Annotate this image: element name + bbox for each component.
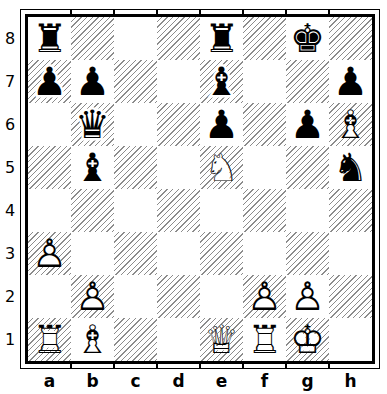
square-d3[interactable]	[157, 232, 200, 275]
square-b1[interactable]: ♝♗	[71, 318, 114, 361]
square-c5[interactable]	[114, 146, 157, 189]
square-e7[interactable]: ♝♝	[200, 60, 243, 103]
square-f7[interactable]	[243, 60, 286, 103]
piece-white-pawn-icon: ♙	[71, 275, 114, 318]
square-f5[interactable]	[243, 146, 286, 189]
rank-label-5: 5	[1, 146, 19, 189]
file-label-h: h	[329, 370, 372, 392]
square-b8[interactable]	[71, 17, 114, 60]
piece-white-pawn-icon: ♙	[286, 275, 329, 318]
square-a1[interactable]: ♜♖	[28, 318, 71, 361]
square-e2[interactable]	[200, 275, 243, 318]
piece-halo: ♞	[200, 146, 243, 189]
square-d6[interactable]	[157, 103, 200, 146]
square-b4[interactable]	[71, 189, 114, 232]
piece-black-bishop-icon: ♝	[71, 146, 114, 189]
square-g2[interactable]: ♟♙	[286, 275, 329, 318]
file-label-g: g	[286, 370, 329, 392]
square-a8[interactable]: ♜♜	[28, 17, 71, 60]
tick-mark	[242, 364, 244, 368]
square-b6[interactable]: ♛♛	[71, 103, 114, 146]
square-d2[interactable]	[157, 275, 200, 318]
square-f2[interactable]: ♟♙	[243, 275, 286, 318]
rank-label-1: 1	[1, 318, 19, 361]
square-g7[interactable]	[286, 60, 329, 103]
tick-mark	[156, 364, 158, 368]
square-b7[interactable]: ♟♟	[71, 60, 114, 103]
square-c2[interactable]	[114, 275, 157, 318]
rank-label-4: 4	[1, 189, 19, 232]
square-c4[interactable]	[114, 189, 157, 232]
board-frame: ♜♜♜♜♚♚♟♟♟♟♝♝♟♟♛♛♟♟♟♟♝♗♝♝♞♘♞♞♟♙♟♙♟♙♟♙♜♖♝♗…	[20, 9, 380, 369]
square-h1[interactable]	[329, 318, 372, 361]
square-d8[interactable]	[157, 17, 200, 60]
square-d7[interactable]	[157, 60, 200, 103]
piece-halo: ♛	[71, 103, 114, 146]
piece-white-knight-icon: ♘	[200, 146, 243, 189]
piece-black-knight-icon: ♞	[329, 146, 372, 189]
square-d5[interactable]	[157, 146, 200, 189]
tick-mark	[199, 364, 201, 368]
square-e5[interactable]: ♞♘	[200, 146, 243, 189]
file-label-f: f	[243, 370, 286, 392]
square-a7[interactable]: ♟♟	[28, 60, 71, 103]
square-a2[interactable]	[28, 275, 71, 318]
piece-halo: ♞	[329, 146, 372, 189]
square-h7[interactable]: ♟♟	[329, 60, 372, 103]
square-e4[interactable]	[200, 189, 243, 232]
piece-white-bishop-icon: ♗	[71, 318, 114, 361]
chess-diagram: 87654321 ♜♜♜♜♚♚♟♟♟♟♝♝♟♟♛♛♟♟♟♟♝♗♝♝♞♘♞♞♟♙♟…	[0, 0, 387, 394]
piece-halo: ♟	[28, 60, 71, 103]
square-c7[interactable]	[114, 60, 157, 103]
piece-black-king-icon: ♚	[286, 17, 329, 60]
piece-white-queen-icon: ♕	[200, 318, 243, 361]
piece-halo: ♟	[71, 60, 114, 103]
piece-halo: ♟	[28, 232, 71, 275]
piece-halo: ♚	[286, 318, 329, 361]
square-c8[interactable]	[114, 17, 157, 60]
piece-black-bishop-icon: ♝	[200, 60, 243, 103]
square-d4[interactable]	[157, 189, 200, 232]
piece-white-rook-icon: ♖	[243, 318, 286, 361]
square-h3[interactable]	[329, 232, 372, 275]
piece-black-rook-icon: ♜	[28, 17, 71, 60]
square-f6[interactable]	[243, 103, 286, 146]
square-e3[interactable]	[200, 232, 243, 275]
square-h2[interactable]	[329, 275, 372, 318]
piece-white-pawn-icon: ♙	[243, 275, 286, 318]
piece-black-queen-icon: ♛	[71, 103, 114, 146]
square-g4[interactable]	[286, 189, 329, 232]
chess-board: ♜♜♜♜♚♚♟♟♟♟♝♝♟♟♛♛♟♟♟♟♝♗♝♝♞♘♞♞♟♙♟♙♟♙♟♙♜♖♝♗…	[25, 14, 375, 364]
square-b2[interactable]: ♟♙	[71, 275, 114, 318]
square-f4[interactable]	[243, 189, 286, 232]
file-label-d: d	[157, 370, 200, 392]
piece-black-pawn-icon: ♟	[71, 60, 114, 103]
square-c6[interactable]	[114, 103, 157, 146]
square-f1[interactable]: ♜♖	[243, 318, 286, 361]
rank-label-3: 3	[1, 232, 19, 275]
piece-halo: ♜	[200, 17, 243, 60]
piece-black-pawn-icon: ♟	[200, 103, 243, 146]
file-label-e: e	[200, 370, 243, 392]
piece-white-pawn-icon: ♙	[28, 232, 71, 275]
file-label-c: c	[114, 370, 157, 392]
piece-halo: ♝	[71, 318, 114, 361]
tick-mark	[328, 364, 330, 368]
piece-halo: ♟	[329, 60, 372, 103]
square-g1[interactable]: ♚♔	[286, 318, 329, 361]
square-d1[interactable]	[157, 318, 200, 361]
square-c3[interactable]	[114, 232, 157, 275]
square-g6[interactable]: ♟♟	[286, 103, 329, 146]
rank-label-2: 2	[1, 275, 19, 318]
square-f3[interactable]	[243, 232, 286, 275]
piece-halo: ♚	[286, 17, 329, 60]
piece-halo: ♟	[71, 275, 114, 318]
piece-halo: ♟	[286, 103, 329, 146]
square-a4[interactable]	[28, 189, 71, 232]
piece-halo: ♜	[28, 17, 71, 60]
square-c1[interactable]	[114, 318, 157, 361]
piece-halo: ♛	[200, 318, 243, 361]
file-label-a: a	[28, 370, 71, 392]
square-e6[interactable]: ♟♟	[200, 103, 243, 146]
piece-halo: ♝	[71, 146, 114, 189]
piece-black-pawn-icon: ♟	[329, 60, 372, 103]
tick-mark	[113, 364, 115, 368]
tick-mark	[70, 364, 72, 368]
square-h6[interactable]: ♝♗	[329, 103, 372, 146]
rank-label-8: 8	[1, 17, 19, 60]
piece-white-bishop-icon: ♗	[329, 103, 372, 146]
square-a5[interactable]	[28, 146, 71, 189]
piece-white-king-icon: ♔	[286, 318, 329, 361]
tick-mark	[285, 364, 287, 368]
piece-halo: ♜	[28, 318, 71, 361]
piece-halo: ♟	[243, 275, 286, 318]
square-h8[interactable]	[329, 17, 372, 60]
square-e8[interactable]: ♜♜	[200, 17, 243, 60]
square-f8[interactable]	[243, 17, 286, 60]
file-label-b: b	[71, 370, 114, 392]
square-a3[interactable]: ♟♙	[28, 232, 71, 275]
rank-label-7: 7	[1, 60, 19, 103]
square-h5[interactable]: ♞♞	[329, 146, 372, 189]
piece-halo: ♟	[200, 103, 243, 146]
square-g5[interactable]	[286, 146, 329, 189]
piece-white-rook-icon: ♖	[28, 318, 71, 361]
square-g3[interactable]	[286, 232, 329, 275]
piece-black-pawn-icon: ♟	[28, 60, 71, 103]
piece-halo: ♜	[243, 318, 286, 361]
piece-halo: ♝	[329, 103, 372, 146]
piece-halo: ♟	[286, 275, 329, 318]
square-e1[interactable]: ♛♕	[200, 318, 243, 361]
rank-label-6: 6	[1, 103, 19, 146]
piece-black-rook-icon: ♜	[200, 17, 243, 60]
piece-black-pawn-icon: ♟	[286, 103, 329, 146]
square-b5[interactable]: ♝♝	[71, 146, 114, 189]
square-h4[interactable]	[329, 189, 372, 232]
square-g8[interactable]: ♚♚	[286, 17, 329, 60]
piece-halo: ♝	[200, 60, 243, 103]
square-b3[interactable]	[71, 232, 114, 275]
square-a6[interactable]	[28, 103, 71, 146]
